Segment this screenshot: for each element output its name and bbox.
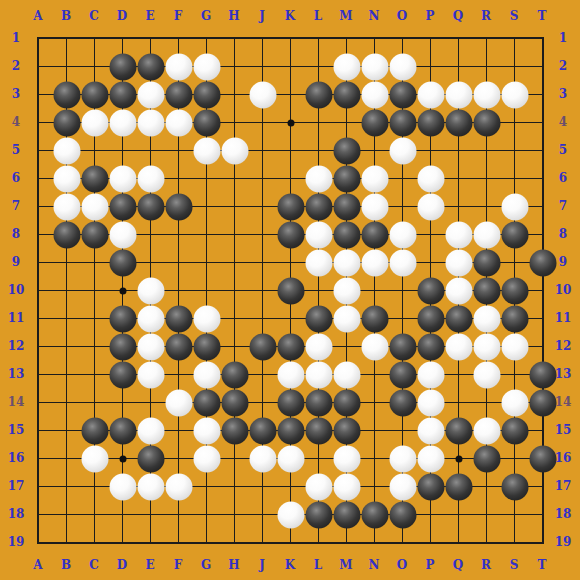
black-stone-C8[interactable] [81, 221, 108, 248]
row-label-right-1: 1 [548, 31, 578, 45]
white-stone-G13[interactable] [193, 361, 220, 388]
black-stone-S10[interactable] [501, 277, 528, 304]
black-stone-B3[interactable] [53, 81, 80, 108]
white-stone-O8[interactable] [389, 221, 416, 248]
black-stone-K7[interactable] [277, 193, 304, 220]
black-stone-L7[interactable] [305, 193, 332, 220]
row-label-right-12: 12 [548, 339, 578, 353]
black-stone-S17[interactable] [501, 473, 528, 500]
black-stone-N4[interactable] [361, 109, 388, 136]
black-stone-E7[interactable] [137, 193, 164, 220]
column-label-bottom-N: N [360, 558, 388, 572]
white-stone-L13[interactable] [305, 361, 332, 388]
white-stone-G5[interactable] [193, 137, 220, 164]
column-label-bottom-P: P [416, 558, 444, 572]
column-label-bottom-B: B [52, 558, 80, 572]
row-label-left-15: 15 [1, 423, 31, 437]
black-stone-M5[interactable] [333, 137, 360, 164]
row-label-left-2: 2 [1, 59, 31, 73]
white-stone-B6[interactable] [53, 165, 80, 192]
black-stone-O4[interactable] [389, 109, 416, 136]
row-label-left-8: 8 [1, 227, 31, 241]
black-stone-M3[interactable] [333, 81, 360, 108]
row-label-left-3: 3 [1, 87, 31, 101]
black-stone-L14[interactable] [305, 389, 332, 416]
black-stone-S11[interactable] [501, 305, 528, 332]
black-stone-L3[interactable] [305, 81, 332, 108]
black-stone-M15[interactable] [333, 417, 360, 444]
white-stone-M13[interactable] [333, 361, 360, 388]
column-label-top-L: L [304, 9, 332, 23]
white-stone-F2[interactable] [165, 53, 192, 80]
row-label-right-15: 15 [548, 423, 578, 437]
black-stone-L11[interactable] [305, 305, 332, 332]
white-stone-S14[interactable] [501, 389, 528, 416]
white-stone-G11[interactable] [193, 305, 220, 332]
white-stone-P16[interactable] [417, 445, 444, 472]
white-stone-S12[interactable] [501, 333, 528, 360]
white-stone-O17[interactable] [389, 473, 416, 500]
column-label-top-A: A [24, 9, 52, 23]
row-label-left-10: 10 [1, 283, 31, 297]
white-stone-P14[interactable] [417, 389, 444, 416]
row-label-right-9: 9 [548, 255, 578, 269]
white-stone-H5[interactable] [221, 137, 248, 164]
column-label-top-D: D [108, 9, 136, 23]
white-stone-Q12[interactable] [445, 333, 472, 360]
black-stone-P11[interactable] [417, 305, 444, 332]
black-stone-D3[interactable] [109, 81, 136, 108]
black-stone-P12[interactable] [417, 333, 444, 360]
white-stone-C16[interactable] [81, 445, 108, 472]
white-stone-O5[interactable] [389, 137, 416, 164]
black-stone-K12[interactable] [277, 333, 304, 360]
column-label-bottom-D: D [108, 558, 136, 572]
black-stone-K8[interactable] [277, 221, 304, 248]
white-stone-K13[interactable] [277, 361, 304, 388]
row-label-right-18: 18 [548, 507, 578, 521]
hoshi-point [287, 119, 294, 126]
black-stone-L15[interactable] [305, 417, 332, 444]
row-label-right-13: 13 [548, 367, 578, 381]
white-stone-Q10[interactable] [445, 277, 472, 304]
black-stone-G12[interactable] [193, 333, 220, 360]
black-stone-K10[interactable] [277, 277, 304, 304]
row-label-right-19: 19 [548, 535, 578, 549]
white-stone-E3[interactable] [137, 81, 164, 108]
row-label-left-16: 16 [1, 451, 31, 465]
hoshi-point [455, 455, 462, 462]
column-label-bottom-S: S [500, 558, 528, 572]
white-stone-E6[interactable] [137, 165, 164, 192]
column-label-bottom-K: K [276, 558, 304, 572]
black-stone-D9[interactable] [109, 249, 136, 276]
white-stone-D8[interactable] [109, 221, 136, 248]
white-stone-M11[interactable] [333, 305, 360, 332]
column-label-top-C: C [80, 9, 108, 23]
black-stone-F11[interactable] [165, 305, 192, 332]
white-stone-R11[interactable] [473, 305, 500, 332]
column-label-top-N: N [360, 9, 388, 23]
column-label-bottom-L: L [304, 558, 332, 572]
black-stone-N8[interactable] [361, 221, 388, 248]
black-stone-F7[interactable] [165, 193, 192, 220]
black-stone-S15[interactable] [501, 417, 528, 444]
black-stone-J12[interactable] [249, 333, 276, 360]
column-label-top-R: R [472, 9, 500, 23]
black-stone-P17[interactable] [417, 473, 444, 500]
white-stone-P15[interactable] [417, 417, 444, 444]
black-stone-R10[interactable] [473, 277, 500, 304]
row-label-right-4: 4 [548, 115, 578, 129]
white-stone-M17[interactable] [333, 473, 360, 500]
white-stone-G15[interactable] [193, 417, 220, 444]
white-stone-Q3[interactable] [445, 81, 472, 108]
column-label-top-F: F [164, 9, 192, 23]
column-label-top-G: G [192, 9, 220, 23]
white-stone-S3[interactable] [501, 81, 528, 108]
column-label-bottom-G: G [192, 558, 220, 572]
column-label-bottom-O: O [388, 558, 416, 572]
white-stone-M9[interactable] [333, 249, 360, 276]
row-label-right-5: 5 [548, 143, 578, 157]
white-stone-Q9[interactable] [445, 249, 472, 276]
black-stone-G3[interactable] [193, 81, 220, 108]
white-stone-N2[interactable] [361, 53, 388, 80]
row-label-right-3: 3 [548, 87, 578, 101]
black-stone-P4[interactable] [417, 109, 444, 136]
white-stone-D4[interactable] [109, 109, 136, 136]
white-stone-R8[interactable] [473, 221, 500, 248]
black-stone-F12[interactable] [165, 333, 192, 360]
white-stone-E11[interactable] [137, 305, 164, 332]
column-label-top-M: M [332, 9, 360, 23]
black-stone-O13[interactable] [389, 361, 416, 388]
white-stone-N6[interactable] [361, 165, 388, 192]
white-stone-P6[interactable] [417, 165, 444, 192]
row-label-right-11: 11 [548, 311, 578, 325]
row-label-right-16: 16 [548, 451, 578, 465]
black-stone-Q4[interactable] [445, 109, 472, 136]
white-stone-E12[interactable] [137, 333, 164, 360]
black-stone-F3[interactable] [165, 81, 192, 108]
white-stone-C4[interactable] [81, 109, 108, 136]
white-stone-J3[interactable] [249, 81, 276, 108]
white-stone-D17[interactable] [109, 473, 136, 500]
black-stone-O18[interactable] [389, 501, 416, 528]
row-label-right-14: 14 [548, 395, 578, 409]
hoshi-point [119, 455, 126, 462]
black-stone-G14[interactable] [193, 389, 220, 416]
black-stone-B4[interactable] [53, 109, 80, 136]
black-stone-D2[interactable] [109, 53, 136, 80]
black-stone-D11[interactable] [109, 305, 136, 332]
white-stone-C7[interactable] [81, 193, 108, 220]
white-stone-N9[interactable] [361, 249, 388, 276]
row-label-left-12: 12 [1, 339, 31, 353]
black-stone-D15[interactable] [109, 417, 136, 444]
row-label-left-5: 5 [1, 143, 31, 157]
white-stone-G16[interactable] [193, 445, 220, 472]
black-stone-E2[interactable] [137, 53, 164, 80]
black-stone-H13[interactable] [221, 361, 248, 388]
row-label-left-17: 17 [1, 479, 31, 493]
black-stone-J15[interactable] [249, 417, 276, 444]
row-label-left-1: 1 [1, 31, 31, 45]
white-stone-M10[interactable] [333, 277, 360, 304]
white-stone-O16[interactable] [389, 445, 416, 472]
column-label-bottom-M: M [332, 558, 360, 572]
column-label-top-P: P [416, 9, 444, 23]
row-label-right-6: 6 [548, 171, 578, 185]
white-stone-B5[interactable] [53, 137, 80, 164]
white-stone-O2[interactable] [389, 53, 416, 80]
black-stone-N11[interactable] [361, 305, 388, 332]
row-label-left-9: 9 [1, 255, 31, 269]
row-label-right-10: 10 [548, 283, 578, 297]
black-stone-E16[interactable] [137, 445, 164, 472]
white-stone-L9[interactable] [305, 249, 332, 276]
black-stone-M7[interactable] [333, 193, 360, 220]
column-label-bottom-J: J [248, 558, 276, 572]
column-label-bottom-Q: Q [444, 558, 472, 572]
white-stone-R3[interactable] [473, 81, 500, 108]
row-label-right-2: 2 [548, 59, 578, 73]
row-label-left-4: 4 [1, 115, 31, 129]
black-stone-C15[interactable] [81, 417, 108, 444]
column-label-top-K: K [276, 9, 304, 23]
black-stone-O14[interactable] [389, 389, 416, 416]
white-stone-P3[interactable] [417, 81, 444, 108]
white-stone-E15[interactable] [137, 417, 164, 444]
white-stone-P7[interactable] [417, 193, 444, 220]
black-stone-H15[interactable] [221, 417, 248, 444]
black-stone-L18[interactable] [305, 501, 332, 528]
black-stone-R9[interactable] [473, 249, 500, 276]
white-stone-N7[interactable] [361, 193, 388, 220]
column-label-bottom-T: T [528, 558, 556, 572]
white-stone-Q8[interactable] [445, 221, 472, 248]
black-stone-C6[interactable] [81, 165, 108, 192]
white-stone-E17[interactable] [137, 473, 164, 500]
column-label-bottom-C: C [80, 558, 108, 572]
black-stone-Q11[interactable] [445, 305, 472, 332]
black-stone-G4[interactable] [193, 109, 220, 136]
black-stone-Q15[interactable] [445, 417, 472, 444]
white-stone-K18[interactable] [277, 501, 304, 528]
black-stone-D13[interactable] [109, 361, 136, 388]
white-stone-B7[interactable] [53, 193, 80, 220]
row-label-left-7: 7 [1, 199, 31, 213]
black-stone-M18[interactable] [333, 501, 360, 528]
white-stone-E10[interactable] [137, 277, 164, 304]
white-stone-M16[interactable] [333, 445, 360, 472]
black-stone-Q17[interactable] [445, 473, 472, 500]
row-label-left-6: 6 [1, 171, 31, 185]
white-stone-L12[interactable] [305, 333, 332, 360]
white-stone-M2[interactable] [333, 53, 360, 80]
black-stone-R16[interactable] [473, 445, 500, 472]
white-stone-F17[interactable] [165, 473, 192, 500]
column-label-bottom-H: H [220, 558, 248, 572]
white-stone-L6[interactable] [305, 165, 332, 192]
black-stone-H14[interactable] [221, 389, 248, 416]
column-label-top-J: J [248, 9, 276, 23]
black-stone-M14[interactable] [333, 389, 360, 416]
white-stone-J16[interactable] [249, 445, 276, 472]
white-stone-S7[interactable] [501, 193, 528, 220]
row-label-left-11: 11 [1, 311, 31, 325]
white-stone-O9[interactable] [389, 249, 416, 276]
white-stone-P13[interactable] [417, 361, 444, 388]
black-stone-D7[interactable] [109, 193, 136, 220]
black-stone-P10[interactable] [417, 277, 444, 304]
white-stone-R13[interactable] [473, 361, 500, 388]
white-stone-F14[interactable] [165, 389, 192, 416]
white-stone-R15[interactable] [473, 417, 500, 444]
column-label-bottom-E: E [136, 558, 164, 572]
column-label-top-S: S [500, 9, 528, 23]
black-stone-B8[interactable] [53, 221, 80, 248]
row-label-left-14: 14 [1, 395, 31, 409]
black-stone-N18[interactable] [361, 501, 388, 528]
black-stone-K14[interactable] [277, 389, 304, 416]
black-stone-M8[interactable] [333, 221, 360, 248]
go-board-screen: AABBCCDDEEFFGGHHJJKKLLMMNNOOPPQQRRSSTT11… [0, 0, 580, 580]
row-label-right-17: 17 [548, 479, 578, 493]
white-stone-R12[interactable] [473, 333, 500, 360]
white-stone-E13[interactable] [137, 361, 164, 388]
black-stone-M6[interactable] [333, 165, 360, 192]
column-label-bottom-R: R [472, 558, 500, 572]
column-label-top-B: B [52, 9, 80, 23]
white-stone-L17[interactable] [305, 473, 332, 500]
column-label-bottom-A: A [24, 558, 52, 572]
column-label-top-O: O [388, 9, 416, 23]
row-label-left-18: 18 [1, 507, 31, 521]
column-label-bottom-F: F [164, 558, 192, 572]
row-label-left-19: 19 [1, 535, 31, 549]
column-label-top-Q: Q [444, 9, 472, 23]
white-stone-N3[interactable] [361, 81, 388, 108]
row-label-left-13: 13 [1, 367, 31, 381]
black-stone-R4[interactable] [473, 109, 500, 136]
white-stone-K16[interactable] [277, 445, 304, 472]
black-stone-S8[interactable] [501, 221, 528, 248]
white-stone-E4[interactable] [137, 109, 164, 136]
black-stone-C3[interactable] [81, 81, 108, 108]
white-stone-N12[interactable] [361, 333, 388, 360]
hoshi-point [119, 287, 126, 294]
white-stone-F4[interactable] [165, 109, 192, 136]
black-stone-O3[interactable] [389, 81, 416, 108]
black-stone-D12[interactable] [109, 333, 136, 360]
row-label-right-8: 8 [548, 227, 578, 241]
row-label-right-7: 7 [548, 199, 578, 213]
white-stone-L8[interactable] [305, 221, 332, 248]
column-label-top-H: H [220, 9, 248, 23]
white-stone-G2[interactable] [193, 53, 220, 80]
black-stone-O12[interactable] [389, 333, 416, 360]
column-label-top-E: E [136, 9, 164, 23]
white-stone-D6[interactable] [109, 165, 136, 192]
column-label-top-T: T [528, 9, 556, 23]
black-stone-K15[interactable] [277, 417, 304, 444]
